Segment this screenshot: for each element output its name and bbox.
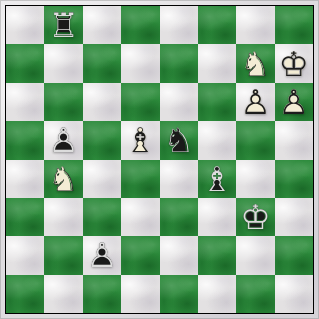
square-c3[interactable] (83, 198, 121, 236)
square-h5[interactable] (275, 121, 313, 159)
square-f6[interactable] (198, 83, 236, 121)
square-d1[interactable] (121, 275, 159, 313)
square-h8[interactable] (275, 6, 313, 44)
square-d7[interactable] (121, 44, 159, 82)
square-h6[interactable]: ♟♙ (275, 83, 313, 121)
knight-glyph-outline: ♘ (236, 44, 274, 82)
king-glyph-fill: ♚ (236, 198, 274, 236)
knight-glyph-fill: ♞ (44, 160, 82, 198)
square-d5[interactable]: ♝♗ (121, 121, 159, 159)
square-f8[interactable] (198, 6, 236, 44)
square-b2[interactable] (44, 236, 82, 274)
square-g7[interactable]: ♞♘ (236, 44, 274, 82)
square-d4[interactable] (121, 160, 159, 198)
square-e7[interactable] (160, 44, 198, 82)
square-h1[interactable] (275, 275, 313, 313)
king-glyph-fill: ♚ (275, 44, 313, 82)
piece-white-knight-b4[interactable]: ♞♘ (44, 160, 82, 198)
square-a7[interactable] (6, 44, 44, 82)
square-e2[interactable] (160, 236, 198, 274)
square-f2[interactable] (198, 236, 236, 274)
knight-glyph-outline: ♘ (44, 160, 82, 198)
chessboard-frame: ♜♖♞♘♚♔♟♙♟♙♟♙♝♗♞♘♞♘♝♗♚♔♟♙ (0, 0, 319, 319)
square-f3[interactable] (198, 198, 236, 236)
square-a2[interactable] (6, 236, 44, 274)
square-b3[interactable] (44, 198, 82, 236)
pawn-glyph-fill: ♟ (275, 83, 313, 121)
square-f1[interactable] (198, 275, 236, 313)
square-d3[interactable] (121, 198, 159, 236)
pawn-glyph-outline: ♙ (236, 83, 274, 121)
piece-white-bishop-d5[interactable]: ♝♗ (121, 121, 159, 159)
square-h2[interactable] (275, 236, 313, 274)
square-g8[interactable] (236, 6, 274, 44)
piece-black-rook-b8[interactable]: ♜♖ (44, 6, 82, 44)
bishop-glyph-outline: ♗ (198, 160, 236, 198)
square-b8[interactable]: ♜♖ (44, 6, 82, 44)
square-g5[interactable] (236, 121, 274, 159)
square-b6[interactable] (44, 83, 82, 121)
square-b5[interactable]: ♟♙ (44, 121, 82, 159)
square-e8[interactable] (160, 6, 198, 44)
rook-glyph-outline: ♖ (44, 6, 82, 44)
pawn-glyph-outline: ♙ (44, 121, 82, 159)
piece-white-pawn-g6[interactable]: ♟♙ (236, 83, 274, 121)
square-c2[interactable]: ♟♙ (83, 236, 121, 274)
square-g3[interactable]: ♚♔ (236, 198, 274, 236)
knight-glyph-fill: ♞ (236, 44, 274, 82)
bishop-glyph-outline: ♗ (121, 121, 159, 159)
knight-glyph-outline: ♘ (160, 121, 198, 159)
square-c4[interactable] (83, 160, 121, 198)
square-g2[interactable] (236, 236, 274, 274)
piece-black-pawn-b5[interactable]: ♟♙ (44, 121, 82, 159)
pawn-glyph-outline: ♙ (275, 83, 313, 121)
square-c8[interactable] (83, 6, 121, 44)
square-g6[interactable]: ♟♙ (236, 83, 274, 121)
square-f4[interactable]: ♝♗ (198, 160, 236, 198)
knight-glyph-fill: ♞ (160, 121, 198, 159)
square-b7[interactable] (44, 44, 82, 82)
square-a1[interactable] (6, 275, 44, 313)
square-d2[interactable] (121, 236, 159, 274)
piece-black-king-g3[interactable]: ♚♔ (236, 198, 274, 236)
rook-glyph-fill: ♜ (44, 6, 82, 44)
square-h7[interactable]: ♚♔ (275, 44, 313, 82)
piece-black-bishop-f4[interactable]: ♝♗ (198, 160, 236, 198)
square-e5[interactable]: ♞♘ (160, 121, 198, 159)
square-b4[interactable]: ♞♘ (44, 160, 82, 198)
piece-white-knight-g7[interactable]: ♞♘ (236, 44, 274, 82)
square-e6[interactable] (160, 83, 198, 121)
pawn-glyph-fill: ♟ (83, 236, 121, 274)
pawn-glyph-outline: ♙ (83, 236, 121, 274)
chessboard: ♜♖♞♘♚♔♟♙♟♙♟♙♝♗♞♘♞♘♝♗♚♔♟♙ (5, 5, 314, 314)
square-h3[interactable] (275, 198, 313, 236)
square-e4[interactable] (160, 160, 198, 198)
square-a5[interactable] (6, 121, 44, 159)
square-c6[interactable] (83, 83, 121, 121)
square-d6[interactable] (121, 83, 159, 121)
square-f5[interactable] (198, 121, 236, 159)
square-h4[interactable] (275, 160, 313, 198)
square-d8[interactable] (121, 6, 159, 44)
square-a6[interactable] (6, 83, 44, 121)
square-a3[interactable] (6, 198, 44, 236)
square-e3[interactable] (160, 198, 198, 236)
bishop-glyph-fill: ♝ (198, 160, 236, 198)
square-c5[interactable] (83, 121, 121, 159)
pawn-glyph-fill: ♟ (44, 121, 82, 159)
piece-black-knight-e5[interactable]: ♞♘ (160, 121, 198, 159)
square-b1[interactable] (44, 275, 82, 313)
square-c1[interactable] (83, 275, 121, 313)
bishop-glyph-fill: ♝ (121, 121, 159, 159)
square-g1[interactable] (236, 275, 274, 313)
piece-black-pawn-c2[interactable]: ♟♙ (83, 236, 121, 274)
square-a4[interactable] (6, 160, 44, 198)
king-glyph-outline: ♔ (236, 198, 274, 236)
square-c7[interactable] (83, 44, 121, 82)
square-a8[interactable] (6, 6, 44, 44)
piece-white-pawn-h6[interactable]: ♟♙ (275, 83, 313, 121)
piece-white-king-h7[interactable]: ♚♔ (275, 44, 313, 82)
pawn-glyph-fill: ♟ (236, 83, 274, 121)
square-e1[interactable] (160, 275, 198, 313)
king-glyph-outline: ♔ (275, 44, 313, 82)
square-f7[interactable] (198, 44, 236, 82)
square-g4[interactable] (236, 160, 274, 198)
